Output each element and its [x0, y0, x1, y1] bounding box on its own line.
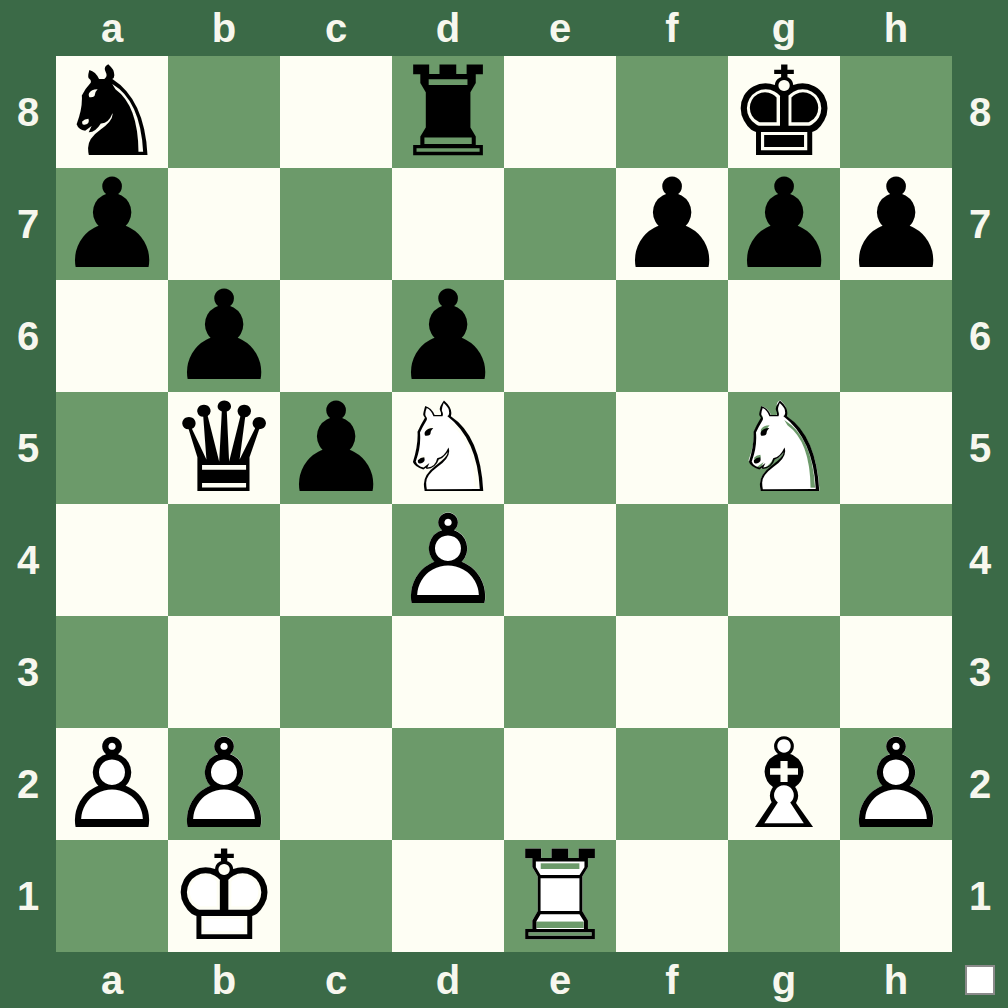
square-f7[interactable]: ♟ [616, 168, 728, 280]
square-e5[interactable] [504, 392, 616, 504]
rank-label-3-right: 3 [952, 616, 1008, 728]
piece-white-bishop: ♝♗ [728, 728, 840, 840]
file-label-e-top: e [504, 0, 616, 56]
square-h2[interactable]: ♟♙ [840, 728, 952, 840]
square-a4[interactable] [56, 504, 168, 616]
square-g1[interactable] [728, 840, 840, 952]
board-corner-bottom-right [952, 952, 1008, 1008]
square-e7[interactable] [504, 168, 616, 280]
white-to-move-indicator [965, 965, 995, 995]
black-pawn-glyph: ♟ [56, 168, 168, 280]
piece-black-pawn: ♟ [56, 168, 168, 280]
rank-label-3-left: 3 [0, 616, 56, 728]
square-a7[interactable]: ♟ [56, 168, 168, 280]
white-rook-outline-glyph: ♖ [504, 840, 616, 952]
black-pawn-glyph: ♟ [840, 168, 952, 280]
square-c2[interactable] [280, 728, 392, 840]
piece-black-pawn: ♟ [280, 392, 392, 504]
rank-label-2-left: 2 [0, 728, 56, 840]
square-f4[interactable] [616, 504, 728, 616]
square-f1[interactable] [616, 840, 728, 952]
rank-label-8-left: 8 [0, 56, 56, 168]
square-h7[interactable]: ♟ [840, 168, 952, 280]
square-c4[interactable] [280, 504, 392, 616]
square-b4[interactable] [168, 504, 280, 616]
piece-white-knight: ♞♘ [728, 392, 840, 504]
piece-black-queen: ♛ [168, 392, 280, 504]
square-d8[interactable]: ♜ [392, 56, 504, 168]
piece-white-pawn: ♟♙ [392, 504, 504, 616]
square-h5[interactable] [840, 392, 952, 504]
white-bishop-outline-glyph: ♗ [728, 728, 840, 840]
square-e6[interactable] [504, 280, 616, 392]
square-g2[interactable]: ♝♗ [728, 728, 840, 840]
square-f6[interactable] [616, 280, 728, 392]
rank-label-2-right: 2 [952, 728, 1008, 840]
square-d2[interactable] [392, 728, 504, 840]
rank-label-7-right: 7 [952, 168, 1008, 280]
black-pawn-glyph: ♟ [616, 168, 728, 280]
square-h6[interactable] [840, 280, 952, 392]
rank-label-1-left: 1 [0, 840, 56, 952]
file-label-a-bottom: a [56, 952, 168, 1008]
piece-white-pawn: ♟♙ [840, 728, 952, 840]
file-label-c-bottom: c [280, 952, 392, 1008]
rank-label-4-left: 4 [0, 504, 56, 616]
piece-black-rook: ♜ [392, 56, 504, 168]
square-c3[interactable] [280, 616, 392, 728]
black-queen-glyph: ♛ [168, 392, 280, 504]
square-f3[interactable] [616, 616, 728, 728]
board-corner-top-left [0, 0, 56, 56]
piece-white-pawn: ♟♙ [56, 728, 168, 840]
file-label-f-bottom: f [616, 952, 728, 1008]
rank-label-7-left: 7 [0, 168, 56, 280]
square-b5[interactable]: ♛ [168, 392, 280, 504]
rank-label-1-right: 1 [952, 840, 1008, 952]
square-h4[interactable] [840, 504, 952, 616]
rank-label-6-left: 6 [0, 280, 56, 392]
white-pawn-outline-glyph: ♙ [392, 504, 504, 616]
square-g4[interactable] [728, 504, 840, 616]
white-pawn-outline-glyph: ♙ [56, 728, 168, 840]
rank-label-5-left: 5 [0, 392, 56, 504]
file-label-d-bottom: d [392, 952, 504, 1008]
piece-black-pawn: ♟ [840, 168, 952, 280]
file-label-c-top: c [280, 0, 392, 56]
file-label-h-bottom: h [840, 952, 952, 1008]
square-c1[interactable] [280, 840, 392, 952]
square-h1[interactable] [840, 840, 952, 952]
piece-white-rook: ♜♖ [504, 840, 616, 952]
square-a1[interactable] [56, 840, 168, 952]
board-corner-bottom-left [0, 952, 56, 1008]
piece-black-pawn: ♟ [728, 168, 840, 280]
rank-label-5-right: 5 [952, 392, 1008, 504]
square-b1[interactable]: ♚♔ [168, 840, 280, 952]
black-pawn-glyph: ♟ [728, 168, 840, 280]
square-a2[interactable]: ♟♙ [56, 728, 168, 840]
file-label-f-top: f [616, 0, 728, 56]
black-pawn-glyph: ♟ [280, 392, 392, 504]
square-a5[interactable] [56, 392, 168, 504]
square-c8[interactable] [280, 56, 392, 168]
square-f2[interactable] [616, 728, 728, 840]
white-king-outline-glyph: ♔ [168, 840, 280, 952]
black-rook-glyph: ♜ [392, 56, 504, 168]
square-d3[interactable] [392, 616, 504, 728]
square-e3[interactable] [504, 616, 616, 728]
square-a6[interactable] [56, 280, 168, 392]
square-g5[interactable]: ♞♘ [728, 392, 840, 504]
square-e4[interactable] [504, 504, 616, 616]
board-corner-top-right [952, 0, 1008, 56]
chess-board: abcdefgh8♞♜♚87♟♟♟♟76♟♟65♛♟♞♘♞♘54♟♙4332♟♙… [0, 0, 1008, 1008]
piece-white-king: ♚♔ [168, 840, 280, 952]
square-d4[interactable]: ♟♙ [392, 504, 504, 616]
square-c5[interactable]: ♟ [280, 392, 392, 504]
file-label-b-top: b [168, 0, 280, 56]
rank-label-8-right: 8 [952, 56, 1008, 168]
rank-label-4-right: 4 [952, 504, 1008, 616]
white-pawn-outline-glyph: ♙ [840, 728, 952, 840]
square-e1[interactable]: ♜♖ [504, 840, 616, 952]
square-d1[interactable] [392, 840, 504, 952]
piece-black-pawn: ♟ [616, 168, 728, 280]
square-e8[interactable] [504, 56, 616, 168]
square-g7[interactable]: ♟ [728, 168, 840, 280]
square-f5[interactable] [616, 392, 728, 504]
square-c7[interactable] [280, 168, 392, 280]
file-label-g-bottom: g [728, 952, 840, 1008]
file-label-h-top: h [840, 0, 952, 56]
rank-label-6-right: 6 [952, 280, 1008, 392]
white-knight-outline-glyph: ♘ [728, 392, 840, 504]
square-b8[interactable] [168, 56, 280, 168]
